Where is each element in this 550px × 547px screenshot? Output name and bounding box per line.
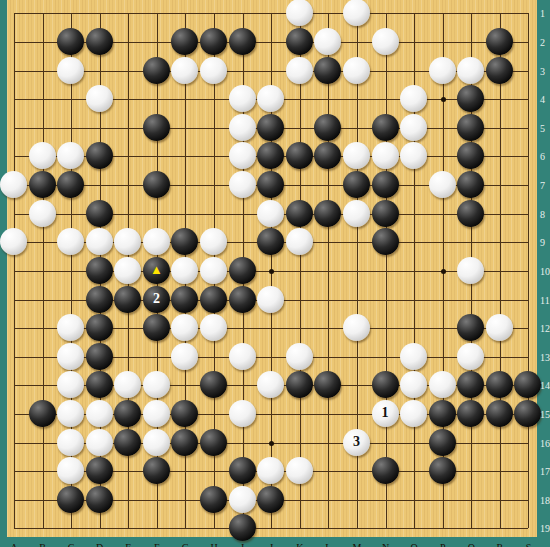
hoshi-point	[269, 441, 274, 446]
black-stone-I11[interactable]	[229, 286, 256, 313]
column-label-D: D	[96, 542, 103, 547]
white-stone-M3[interactable]	[343, 57, 370, 84]
white-stone-K17[interactable]	[286, 457, 313, 484]
white-stone-F15[interactable]	[143, 400, 170, 427]
column-label-F: F	[154, 542, 160, 547]
row-label-11: 11	[540, 294, 550, 305]
grid-line-vertical	[528, 13, 529, 528]
go-board[interactable]: ▲213	[7, 0, 537, 537]
black-stone-I19[interactable]	[229, 514, 256, 541]
white-stone-I13[interactable]	[229, 343, 256, 370]
white-stone-C16[interactable]	[57, 429, 84, 456]
white-stone-I6[interactable]	[229, 142, 256, 169]
black-stone-S15[interactable]	[514, 400, 541, 427]
white-stone-B8[interactable]	[29, 200, 56, 227]
white-stone-E10[interactable]	[114, 257, 141, 284]
white-stone-F16[interactable]	[143, 429, 170, 456]
white-stone-P3[interactable]	[429, 57, 456, 84]
black-stone-H11[interactable]	[200, 286, 227, 313]
black-stone-D18[interactable]	[86, 486, 113, 513]
black-stone-L14[interactable]	[314, 371, 341, 398]
white-stone-J4[interactable]	[257, 85, 284, 112]
white-stone-C12[interactable]	[57, 314, 84, 341]
black-stone-Q6[interactable]	[457, 142, 484, 169]
white-stone-K13[interactable]	[286, 343, 313, 370]
black-stone-R14[interactable]	[486, 371, 513, 398]
white-stone-L2[interactable]	[314, 28, 341, 55]
black-stone-D10[interactable]	[86, 257, 113, 284]
white-stone-O4[interactable]	[400, 85, 427, 112]
white-stone-K3[interactable]	[286, 57, 313, 84]
black-stone-F17[interactable]	[143, 457, 170, 484]
white-stone-A7[interactable]	[0, 171, 27, 198]
black-stone-D13[interactable]	[86, 343, 113, 370]
black-stone-K14[interactable]	[286, 371, 313, 398]
black-stone-L8[interactable]	[314, 200, 341, 227]
white-stone-I7[interactable]	[229, 171, 256, 198]
white-stone-I15[interactable]	[229, 400, 256, 427]
black-stone-N7[interactable]	[372, 171, 399, 198]
black-stone-B15[interactable]	[29, 400, 56, 427]
column-label-I: I	[241, 542, 244, 547]
black-stone-D6[interactable]	[86, 142, 113, 169]
black-stone-F10[interactable]: ▲	[143, 257, 170, 284]
black-stone-F7[interactable]	[143, 171, 170, 198]
white-stone-C13[interactable]	[57, 343, 84, 370]
white-stone-M1[interactable]	[343, 0, 370, 26]
black-stone-D12[interactable]	[86, 314, 113, 341]
white-stone-F14[interactable]	[143, 371, 170, 398]
white-stone-C6[interactable]	[57, 142, 84, 169]
column-label-M: M	[353, 542, 362, 547]
white-stone-O13[interactable]	[400, 343, 427, 370]
black-stone-P17[interactable]	[429, 457, 456, 484]
black-stone-H14[interactable]	[200, 371, 227, 398]
white-stone-H10[interactable]	[200, 257, 227, 284]
white-stone-I4[interactable]	[229, 85, 256, 112]
white-stone-P7[interactable]	[429, 171, 456, 198]
black-stone-N17[interactable]	[372, 457, 399, 484]
black-stone-N5[interactable]	[372, 114, 399, 141]
black-stone-K6[interactable]	[286, 142, 313, 169]
black-stone-G11[interactable]	[171, 286, 198, 313]
white-stone-I5[interactable]	[229, 114, 256, 141]
white-stone-J8[interactable]	[257, 200, 284, 227]
column-label-P: P	[440, 542, 446, 547]
row-label-10: 10	[540, 265, 550, 276]
black-stone-P16[interactable]	[429, 429, 456, 456]
white-stone-P14[interactable]	[429, 371, 456, 398]
row-label-8: 8	[540, 208, 545, 219]
black-stone-S14[interactable]	[514, 371, 541, 398]
white-stone-F9[interactable]	[143, 228, 170, 255]
white-stone-Q10[interactable]	[457, 257, 484, 284]
white-stone-G12[interactable]	[171, 314, 198, 341]
black-stone-D11[interactable]	[86, 286, 113, 313]
black-stone-M7[interactable]	[343, 171, 370, 198]
column-label-K: K	[296, 542, 303, 547]
hoshi-point	[441, 269, 446, 274]
black-stone-G2[interactable]	[171, 28, 198, 55]
white-stone-D4[interactable]	[86, 85, 113, 112]
black-stone-F3[interactable]	[143, 57, 170, 84]
white-stone-M8[interactable]	[343, 200, 370, 227]
black-stone-Q5[interactable]	[457, 114, 484, 141]
row-label-1: 1	[540, 8, 545, 19]
column-label-A: A	[10, 542, 17, 547]
black-stone-F12[interactable]	[143, 314, 170, 341]
row-label-6: 6	[540, 151, 545, 162]
black-stone-C2[interactable]	[57, 28, 84, 55]
white-stone-H9[interactable]	[200, 228, 227, 255]
black-stone-L5[interactable]	[314, 114, 341, 141]
white-stone-N6[interactable]	[372, 142, 399, 169]
white-stone-O5[interactable]	[400, 114, 427, 141]
black-stone-N8[interactable]	[372, 200, 399, 227]
black-stone-H2[interactable]	[200, 28, 227, 55]
white-stone-C15[interactable]	[57, 400, 84, 427]
white-stone-J14[interactable]	[257, 371, 284, 398]
black-stone-B7[interactable]	[29, 171, 56, 198]
grid-line-horizontal	[14, 13, 528, 14]
row-label-3: 3	[540, 65, 545, 76]
black-stone-N14[interactable]	[372, 371, 399, 398]
black-stone-Q8[interactable]	[457, 200, 484, 227]
black-stone-G9[interactable]	[171, 228, 198, 255]
black-stone-K2[interactable]	[286, 28, 313, 55]
white-stone-E9[interactable]	[114, 228, 141, 255]
white-stone-R12[interactable]	[486, 314, 513, 341]
black-stone-K8[interactable]	[286, 200, 313, 227]
white-stone-G13[interactable]	[171, 343, 198, 370]
black-stone-E11[interactable]	[114, 286, 141, 313]
white-stone-H3[interactable]	[200, 57, 227, 84]
black-stone-R3[interactable]	[486, 57, 513, 84]
column-label-N: N	[382, 542, 389, 547]
black-stone-G16[interactable]	[171, 429, 198, 456]
row-label-9: 9	[540, 237, 545, 248]
white-stone-N15[interactable]: 1	[372, 400, 399, 427]
black-stone-F5[interactable]	[143, 114, 170, 141]
row-label-4: 4	[540, 94, 545, 105]
white-stone-Q13[interactable]	[457, 343, 484, 370]
white-stone-G10[interactable]	[171, 257, 198, 284]
white-stone-J11[interactable]	[257, 286, 284, 313]
white-stone-I18[interactable]	[229, 486, 256, 513]
white-stone-C9[interactable]	[57, 228, 84, 255]
white-stone-O6[interactable]	[400, 142, 427, 169]
white-stone-K9[interactable]	[286, 228, 313, 255]
black-stone-F11[interactable]: 2	[143, 286, 170, 313]
black-stone-D2[interactable]	[86, 28, 113, 55]
black-stone-J18[interactable]	[257, 486, 284, 513]
white-stone-M12[interactable]	[343, 314, 370, 341]
white-stone-C3[interactable]	[57, 57, 84, 84]
black-stone-G15[interactable]	[171, 400, 198, 427]
column-label-H: H	[210, 542, 217, 547]
black-stone-D8[interactable]	[86, 200, 113, 227]
black-stone-E15[interactable]	[114, 400, 141, 427]
black-stone-C7[interactable]	[57, 171, 84, 198]
black-stone-J5[interactable]	[257, 114, 284, 141]
black-stone-Q4[interactable]	[457, 85, 484, 112]
white-stone-D9[interactable]	[86, 228, 113, 255]
column-label-L: L	[325, 542, 331, 547]
column-label-E: E	[125, 542, 131, 547]
black-stone-C18[interactable]	[57, 486, 84, 513]
black-stone-I2[interactable]	[229, 28, 256, 55]
row-label-19: 19	[540, 523, 550, 534]
black-stone-L6[interactable]	[314, 142, 341, 169]
row-label-18: 18	[540, 494, 550, 505]
white-stone-C14[interactable]	[57, 371, 84, 398]
black-stone-P15[interactable]	[429, 400, 456, 427]
black-stone-Q15[interactable]	[457, 400, 484, 427]
row-label-13: 13	[540, 351, 550, 362]
white-stone-D16[interactable]	[86, 429, 113, 456]
black-stone-J7[interactable]	[257, 171, 284, 198]
white-stone-M16[interactable]: 3	[343, 429, 370, 456]
black-stone-D14[interactable]	[86, 371, 113, 398]
black-stone-Q12[interactable]	[457, 314, 484, 341]
column-label-O: O	[410, 542, 417, 547]
row-label-5: 5	[540, 122, 545, 133]
white-stone-M6[interactable]	[343, 142, 370, 169]
white-stone-Q3[interactable]	[457, 57, 484, 84]
row-label-2: 2	[540, 36, 545, 47]
white-stone-H12[interactable]	[200, 314, 227, 341]
black-stone-E16[interactable]	[114, 429, 141, 456]
black-stone-D17[interactable]	[86, 457, 113, 484]
white-stone-J17[interactable]	[257, 457, 284, 484]
column-label-Q: Q	[468, 542, 475, 547]
white-stone-B6[interactable]	[29, 142, 56, 169]
black-stone-L3[interactable]	[314, 57, 341, 84]
hoshi-point	[441, 97, 446, 102]
black-stone-Q7[interactable]	[457, 171, 484, 198]
move-number-label: 1	[382, 406, 389, 420]
row-label-12: 12	[540, 323, 550, 334]
black-stone-I17[interactable]	[229, 457, 256, 484]
white-stone-C17[interactable]	[57, 457, 84, 484]
move-number-label: 3	[353, 435, 360, 449]
white-stone-O15[interactable]	[400, 400, 427, 427]
column-label-G: G	[182, 542, 189, 547]
row-label-7: 7	[540, 180, 545, 191]
row-label-16: 16	[540, 437, 550, 448]
black-stone-J6[interactable]	[257, 142, 284, 169]
black-stone-H16[interactable]	[200, 429, 227, 456]
triangle-marker: ▲	[150, 263, 163, 276]
row-label-14: 14	[540, 380, 550, 391]
move-number-label: 2	[153, 292, 160, 306]
column-label-R: R	[497, 542, 504, 547]
black-stone-R2[interactable]	[486, 28, 513, 55]
black-stone-I10[interactable]	[229, 257, 256, 284]
black-stone-N9[interactable]	[372, 228, 399, 255]
hoshi-point	[269, 269, 274, 274]
column-label-B: B	[39, 542, 46, 547]
column-label-S: S	[526, 542, 532, 547]
black-stone-H18[interactable]	[200, 486, 227, 513]
row-label-15: 15	[540, 408, 550, 419]
white-stone-G3[interactable]	[171, 57, 198, 84]
white-stone-E14[interactable]	[114, 371, 141, 398]
black-stone-J9[interactable]	[257, 228, 284, 255]
white-stone-A9[interactable]	[0, 228, 27, 255]
black-stone-Q14[interactable]	[457, 371, 484, 398]
white-stone-O14[interactable]	[400, 371, 427, 398]
grid-line-horizontal	[14, 528, 528, 529]
white-stone-K1[interactable]	[286, 0, 313, 26]
white-stone-D15[interactable]	[86, 400, 113, 427]
white-stone-N2[interactable]	[372, 28, 399, 55]
black-stone-R15[interactable]	[486, 400, 513, 427]
column-label-C: C	[68, 542, 75, 547]
column-label-J: J	[269, 542, 273, 547]
row-label-17: 17	[540, 466, 550, 477]
